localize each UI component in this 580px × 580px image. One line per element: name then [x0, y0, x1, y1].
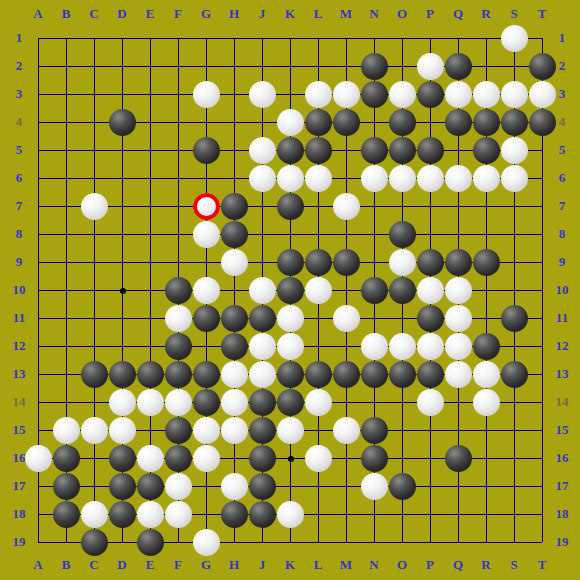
stone-M3[interactable] — [333, 81, 360, 108]
stone-F12[interactable] — [165, 333, 192, 360]
stone-Q9[interactable] — [445, 249, 472, 276]
col-label-top-E: E — [136, 6, 164, 22]
col-label-bottom-J: J — [248, 557, 276, 573]
row-label-right-17: 17 — [548, 478, 576, 494]
row-label-left-11: 11 — [5, 310, 33, 326]
col-label-top-C: C — [80, 6, 108, 22]
stone-L5[interactable] — [305, 137, 332, 164]
stone-O10[interactable] — [389, 277, 416, 304]
row-label-left-12: 12 — [5, 338, 33, 354]
stone-S1[interactable] — [501, 25, 528, 52]
col-label-top-J: J — [248, 6, 276, 22]
stone-Q2[interactable] — [445, 53, 472, 80]
stone-H9[interactable] — [221, 249, 248, 276]
stone-Q10[interactable] — [445, 277, 472, 304]
stone-M9[interactable] — [333, 249, 360, 276]
stone-R14[interactable] — [473, 389, 500, 416]
row-label-right-19: 19 — [548, 534, 576, 550]
col-label-top-L: L — [304, 6, 332, 22]
stone-H7[interactable] — [221, 193, 248, 220]
stone-P11[interactable] — [417, 305, 444, 332]
stone-O13[interactable] — [389, 361, 416, 388]
row-label-left-3: 3 — [5, 86, 33, 102]
col-label-top-B: B — [52, 6, 80, 22]
stone-P13[interactable] — [417, 361, 444, 388]
stone-D13[interactable] — [109, 361, 136, 388]
stone-J3[interactable] — [249, 81, 276, 108]
row-label-right-18: 18 — [548, 506, 576, 522]
stone-S4[interactable] — [501, 109, 528, 136]
stone-H18[interactable] — [221, 501, 248, 528]
stone-G13[interactable] — [193, 361, 220, 388]
stone-R13[interactable] — [473, 361, 500, 388]
stone-H13[interactable] — [221, 361, 248, 388]
stone-B16[interactable] — [53, 445, 80, 472]
star-point-D10 — [120, 288, 126, 294]
stone-N15[interactable] — [361, 417, 388, 444]
stone-E14[interactable] — [137, 389, 164, 416]
stone-J11[interactable] — [249, 305, 276, 332]
col-label-top-S: S — [500, 6, 528, 22]
stone-J12[interactable] — [249, 333, 276, 360]
stone-R3[interactable] — [473, 81, 500, 108]
col-label-bottom-L: L — [304, 557, 332, 573]
stone-R12[interactable] — [473, 333, 500, 360]
stone-L10[interactable] — [305, 277, 332, 304]
row-label-left-4: 4 — [5, 114, 33, 130]
col-label-top-D: D — [108, 6, 136, 22]
stone-F14[interactable] — [165, 389, 192, 416]
stone-M15[interactable] — [333, 417, 360, 444]
col-label-top-N: N — [360, 6, 388, 22]
row-label-left-6: 6 — [5, 170, 33, 186]
stone-J18[interactable] — [249, 501, 276, 528]
col-label-bottom-F: F — [164, 557, 192, 573]
stone-O5[interactable] — [389, 137, 416, 164]
stone-T4[interactable] — [529, 109, 556, 136]
go-board-screenshot: AABBCCDDEEFFGGHHJJKKLLMMNNOOPPQQRRSSTT11… — [0, 0, 580, 580]
col-label-bottom-E: E — [136, 557, 164, 573]
stone-M7[interactable] — [333, 193, 360, 220]
col-label-top-R: R — [472, 6, 500, 22]
last-move-stone-G7[interactable] — [193, 193, 220, 220]
col-label-top-H: H — [220, 6, 248, 22]
stone-T3[interactable] — [529, 81, 556, 108]
stone-F18[interactable] — [165, 501, 192, 528]
stone-J15[interactable] — [249, 417, 276, 444]
row-label-left-15: 15 — [5, 422, 33, 438]
stone-P3[interactable] — [417, 81, 444, 108]
stone-G3[interactable] — [193, 81, 220, 108]
stone-N12[interactable] — [361, 333, 388, 360]
stone-F10[interactable] — [165, 277, 192, 304]
stone-J5[interactable] — [249, 137, 276, 164]
row-label-right-16: 16 — [548, 450, 576, 466]
stone-D16[interactable] — [109, 445, 136, 472]
row-label-right-14: 14 — [548, 394, 576, 410]
stone-C13[interactable] — [81, 361, 108, 388]
stone-H8[interactable] — [221, 221, 248, 248]
col-label-bottom-A: A — [24, 557, 52, 573]
stone-H11[interactable] — [221, 305, 248, 332]
stone-H14[interactable] — [221, 389, 248, 416]
stone-Q16[interactable] — [445, 445, 472, 472]
stone-E16[interactable] — [137, 445, 164, 472]
stone-P6[interactable] — [417, 165, 444, 192]
stone-Q12[interactable] — [445, 333, 472, 360]
stone-N2[interactable] — [361, 53, 388, 80]
row-label-right-8: 8 — [548, 226, 576, 242]
col-label-top-M: M — [332, 6, 360, 22]
stone-E19[interactable] — [137, 529, 164, 556]
stone-L3[interactable] — [305, 81, 332, 108]
stone-A16[interactable] — [25, 445, 52, 472]
stone-O12[interactable] — [389, 333, 416, 360]
stone-O3[interactable] — [389, 81, 416, 108]
col-label-bottom-O: O — [388, 557, 416, 573]
stone-K15[interactable] — [277, 417, 304, 444]
stone-K5[interactable] — [277, 137, 304, 164]
col-label-bottom-M: M — [332, 557, 360, 573]
stone-G14[interactable] — [193, 389, 220, 416]
stone-J10[interactable] — [249, 277, 276, 304]
stone-S6[interactable] — [501, 165, 528, 192]
stone-F16[interactable] — [165, 445, 192, 472]
col-label-bottom-Q: Q — [444, 557, 472, 573]
stone-N16[interactable] — [361, 445, 388, 472]
stone-G11[interactable] — [193, 305, 220, 332]
stone-K12[interactable] — [277, 333, 304, 360]
stone-K11[interactable] — [277, 305, 304, 332]
stone-D4[interactable] — [109, 109, 136, 136]
row-label-right-7: 7 — [548, 198, 576, 214]
stone-J13[interactable] — [249, 361, 276, 388]
row-label-right-10: 10 — [548, 282, 576, 298]
stone-S3[interactable] — [501, 81, 528, 108]
stone-S11[interactable] — [501, 305, 528, 332]
stone-M13[interactable] — [333, 361, 360, 388]
col-label-bottom-T: T — [528, 557, 556, 573]
stone-P12[interactable] — [417, 333, 444, 360]
col-label-bottom-B: B — [52, 557, 80, 573]
stone-N13[interactable] — [361, 361, 388, 388]
stone-D14[interactable] — [109, 389, 136, 416]
stone-N10[interactable] — [361, 277, 388, 304]
col-label-bottom-R: R — [472, 557, 500, 573]
stone-P2[interactable] — [417, 53, 444, 80]
stone-P9[interactable] — [417, 249, 444, 276]
stone-G16[interactable] — [193, 445, 220, 472]
col-label-bottom-C: C — [80, 557, 108, 573]
stone-P14[interactable] — [417, 389, 444, 416]
stone-K18[interactable] — [277, 501, 304, 528]
row-label-left-19: 19 — [5, 534, 33, 550]
col-label-top-O: O — [388, 6, 416, 22]
stone-B17[interactable] — [53, 473, 80, 500]
stone-G15[interactable] — [193, 417, 220, 444]
stone-K4[interactable] — [277, 109, 304, 136]
stone-P5[interactable] — [417, 137, 444, 164]
stone-C7[interactable] — [81, 193, 108, 220]
row-label-right-5: 5 — [548, 142, 576, 158]
row-label-left-17: 17 — [5, 478, 33, 494]
stone-J14[interactable] — [249, 389, 276, 416]
stone-Q11[interactable] — [445, 305, 472, 332]
stone-M11[interactable] — [333, 305, 360, 332]
stone-P10[interactable] — [417, 277, 444, 304]
stone-K7[interactable] — [277, 193, 304, 220]
col-label-top-T: T — [528, 6, 556, 22]
stone-D18[interactable] — [109, 501, 136, 528]
stone-O4[interactable] — [389, 109, 416, 136]
stone-G10[interactable] — [193, 277, 220, 304]
row-label-left-9: 9 — [5, 254, 33, 270]
stone-S5[interactable] — [501, 137, 528, 164]
stone-F13[interactable] — [165, 361, 192, 388]
row-label-left-14: 14 — [5, 394, 33, 410]
stone-K6[interactable] — [277, 165, 304, 192]
stone-K13[interactable] — [277, 361, 304, 388]
stone-Q13[interactable] — [445, 361, 472, 388]
col-label-top-G: G — [192, 6, 220, 22]
stone-L4[interactable] — [305, 109, 332, 136]
stone-G5[interactable] — [193, 137, 220, 164]
stone-Q3[interactable] — [445, 81, 472, 108]
col-label-top-P: P — [416, 6, 444, 22]
star-point-K16 — [288, 456, 294, 462]
stone-L14[interactable] — [305, 389, 332, 416]
row-label-right-13: 13 — [548, 366, 576, 382]
row-label-right-6: 6 — [548, 170, 576, 186]
col-label-top-F: F — [164, 6, 192, 22]
col-label-bottom-S: S — [500, 557, 528, 573]
stone-L16[interactable] — [305, 445, 332, 472]
stone-J17[interactable] — [249, 473, 276, 500]
row-label-right-9: 9 — [548, 254, 576, 270]
stone-J6[interactable] — [249, 165, 276, 192]
stone-D17[interactable] — [109, 473, 136, 500]
stone-R9[interactable] — [473, 249, 500, 276]
row-label-left-1: 1 — [5, 30, 33, 46]
stone-K9[interactable] — [277, 249, 304, 276]
stone-F11[interactable] — [165, 305, 192, 332]
row-label-left-8: 8 — [5, 226, 33, 242]
row-label-left-5: 5 — [5, 142, 33, 158]
stone-C18[interactable] — [81, 501, 108, 528]
stone-G19[interactable] — [193, 529, 220, 556]
row-label-right-15: 15 — [548, 422, 576, 438]
col-label-bottom-N: N — [360, 557, 388, 573]
stone-O17[interactable] — [389, 473, 416, 500]
stone-N6[interactable] — [361, 165, 388, 192]
stone-O6[interactable] — [389, 165, 416, 192]
stone-F17[interactable] — [165, 473, 192, 500]
stone-E18[interactable] — [137, 501, 164, 528]
stone-G8[interactable] — [193, 221, 220, 248]
stone-H15[interactable] — [221, 417, 248, 444]
col-label-bottom-P: P — [416, 557, 444, 573]
col-label-bottom-D: D — [108, 557, 136, 573]
stone-E13[interactable] — [137, 361, 164, 388]
row-label-left-7: 7 — [5, 198, 33, 214]
row-label-left-13: 13 — [5, 366, 33, 382]
stone-C15[interactable] — [81, 417, 108, 444]
stone-M4[interactable] — [333, 109, 360, 136]
stone-D15[interactable] — [109, 417, 136, 444]
col-label-bottom-K: K — [276, 557, 304, 573]
stone-Q6[interactable] — [445, 165, 472, 192]
stone-R5[interactable] — [473, 137, 500, 164]
stone-B18[interactable] — [53, 501, 80, 528]
stone-J16[interactable] — [249, 445, 276, 472]
stone-S13[interactable] — [501, 361, 528, 388]
col-label-top-Q: Q — [444, 6, 472, 22]
stone-F15[interactable] — [165, 417, 192, 444]
stone-L9[interactable] — [305, 249, 332, 276]
stone-T2[interactable] — [529, 53, 556, 80]
stone-R6[interactable] — [473, 165, 500, 192]
stone-E17[interactable] — [137, 473, 164, 500]
row-label-left-18: 18 — [5, 506, 33, 522]
stone-O8[interactable] — [389, 221, 416, 248]
row-label-left-10: 10 — [5, 282, 33, 298]
stone-Q4[interactable] — [445, 109, 472, 136]
col-label-top-K: K — [276, 6, 304, 22]
stone-N3[interactable] — [361, 81, 388, 108]
row-label-right-12: 12 — [548, 338, 576, 354]
stone-N17[interactable] — [361, 473, 388, 500]
stone-L13[interactable] — [305, 361, 332, 388]
col-label-bottom-H: H — [220, 557, 248, 573]
stone-H12[interactable] — [221, 333, 248, 360]
stone-N5[interactable] — [361, 137, 388, 164]
row-label-right-11: 11 — [548, 310, 576, 326]
stone-H17[interactable] — [221, 473, 248, 500]
stone-L6[interactable] — [305, 165, 332, 192]
stone-K10[interactable] — [277, 277, 304, 304]
row-label-left-2: 2 — [5, 58, 33, 74]
row-label-right-1: 1 — [548, 30, 576, 46]
stone-B15[interactable] — [53, 417, 80, 444]
stone-K14[interactable] — [277, 389, 304, 416]
col-label-bottom-G: G — [192, 557, 220, 573]
stone-O9[interactable] — [389, 249, 416, 276]
stone-C19[interactable] — [81, 529, 108, 556]
stone-R4[interactable] — [473, 109, 500, 136]
col-label-top-A: A — [24, 6, 52, 22]
go-board[interactable]: AABBCCDDEEFFGGHHJJKKLLMMNNOOPPQQRRSSTT11… — [0, 0, 580, 580]
